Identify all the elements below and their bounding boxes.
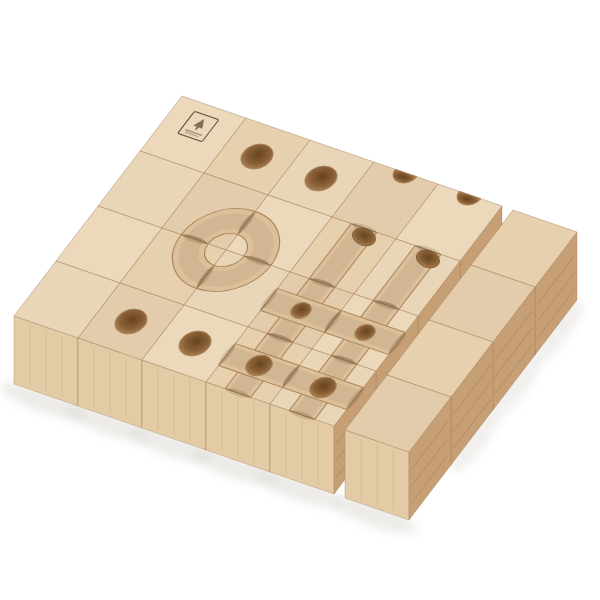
wooden-blocks-scene <box>0 0 600 600</box>
product-photo: Overhead product photo of 24 natural woo… <box>0 0 600 600</box>
